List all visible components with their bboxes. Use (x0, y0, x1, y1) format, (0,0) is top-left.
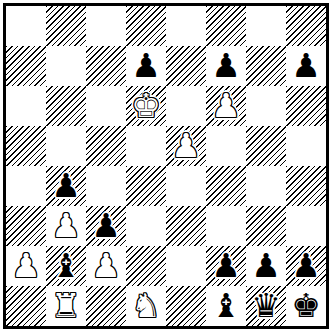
square-g3[interactable] (246, 206, 286, 246)
square-b5[interactable] (46, 126, 86, 166)
square-d8[interactable] (126, 6, 166, 46)
chess-board: ♟♟♟♚♟♟♟♟♟♟♝♟♟♟♟♜♞♝♛♚ (3, 3, 329, 329)
square-c4[interactable] (86, 166, 126, 206)
square-a2[interactable]: ♟ (6, 246, 46, 286)
square-g6[interactable] (246, 86, 286, 126)
square-f4[interactable] (206, 166, 246, 206)
white-pawn-piece: ♟ (91, 246, 121, 286)
square-c3[interactable]: ♟ (86, 206, 126, 246)
square-f1[interactable]: ♝ (206, 286, 246, 326)
black-pawn-piece: ♟ (211, 246, 241, 286)
square-d1[interactable]: ♞ (126, 286, 166, 326)
square-a8[interactable] (6, 6, 46, 46)
square-e4[interactable] (166, 166, 206, 206)
square-f8[interactable] (206, 6, 246, 46)
black-pawn-piece: ♟ (251, 246, 281, 286)
white-pawn-piece: ♟ (51, 206, 81, 246)
square-e8[interactable] (166, 6, 206, 46)
black-pawn-piece: ♟ (51, 166, 81, 206)
square-f7[interactable]: ♟ (206, 46, 246, 86)
square-b4[interactable]: ♟ (46, 166, 86, 206)
square-d5[interactable] (126, 126, 166, 166)
square-a6[interactable] (6, 86, 46, 126)
black-pawn-piece: ♟ (291, 246, 321, 286)
square-b2[interactable]: ♝ (46, 246, 86, 286)
white-pawn-piece: ♟ (11, 246, 41, 286)
square-e3[interactable] (166, 206, 206, 246)
square-a7[interactable] (6, 46, 46, 86)
square-h5[interactable] (286, 126, 326, 166)
black-bishop-piece: ♝ (51, 246, 81, 286)
square-h4[interactable] (286, 166, 326, 206)
square-h6[interactable] (286, 86, 326, 126)
black-bishop-piece: ♝ (211, 286, 241, 326)
square-e1[interactable] (166, 286, 206, 326)
white-rook-piece: ♜ (51, 286, 81, 326)
square-g7[interactable] (246, 46, 286, 86)
square-h7[interactable]: ♟ (286, 46, 326, 86)
black-pawn-piece: ♟ (131, 46, 161, 86)
square-b8[interactable] (46, 6, 86, 46)
square-a4[interactable] (6, 166, 46, 206)
square-e5[interactable]: ♟ (166, 126, 206, 166)
square-g2[interactable]: ♟ (246, 246, 286, 286)
square-f3[interactable] (206, 206, 246, 246)
square-d6[interactable]: ♚ (126, 86, 166, 126)
black-pawn-piece: ♟ (291, 46, 321, 86)
square-g5[interactable] (246, 126, 286, 166)
square-b1[interactable]: ♜ (46, 286, 86, 326)
black-queen-piece: ♛ (251, 286, 281, 326)
square-f2[interactable]: ♟ (206, 246, 246, 286)
square-h1[interactable]: ♚ (286, 286, 326, 326)
square-d3[interactable] (126, 206, 166, 246)
square-e7[interactable] (166, 46, 206, 86)
white-pawn-piece: ♟ (171, 126, 201, 166)
square-c8[interactable] (86, 6, 126, 46)
white-knight-piece: ♞ (131, 286, 161, 326)
square-d2[interactable] (126, 246, 166, 286)
square-e6[interactable] (166, 86, 206, 126)
square-g1[interactable]: ♛ (246, 286, 286, 326)
square-h8[interactable] (286, 6, 326, 46)
square-c7[interactable] (86, 46, 126, 86)
square-c2[interactable]: ♟ (86, 246, 126, 286)
square-a1[interactable] (6, 286, 46, 326)
square-h2[interactable]: ♟ (286, 246, 326, 286)
black-pawn-piece: ♟ (91, 206, 121, 246)
square-g4[interactable] (246, 166, 286, 206)
square-d4[interactable] (126, 166, 166, 206)
square-d7[interactable]: ♟ (126, 46, 166, 86)
black-king-piece: ♚ (291, 286, 321, 326)
square-b3[interactable]: ♟ (46, 206, 86, 246)
square-c1[interactable] (86, 286, 126, 326)
white-pawn-piece: ♟ (211, 86, 241, 126)
square-f5[interactable] (206, 126, 246, 166)
square-c5[interactable] (86, 126, 126, 166)
black-pawn-piece: ♟ (211, 46, 241, 86)
square-h3[interactable] (286, 206, 326, 246)
white-king-piece: ♚ (131, 86, 161, 126)
square-b7[interactable] (46, 46, 86, 86)
square-a3[interactable] (6, 206, 46, 246)
square-a5[interactable] (6, 126, 46, 166)
square-g8[interactable] (246, 6, 286, 46)
square-b6[interactable] (46, 86, 86, 126)
square-f6[interactable]: ♟ (206, 86, 246, 126)
square-e2[interactable] (166, 246, 206, 286)
square-c6[interactable] (86, 86, 126, 126)
